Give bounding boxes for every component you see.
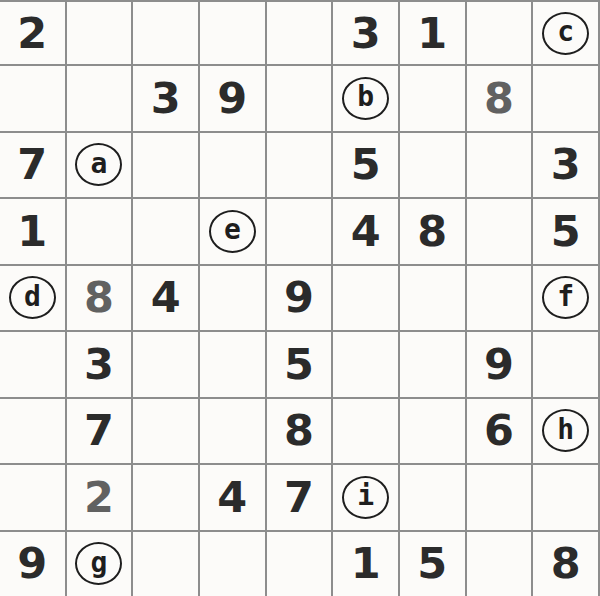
sudoku-cell-r6c2[interactable]: 3 xyxy=(67,332,132,397)
circled-letter-i: i xyxy=(342,476,389,519)
sudoku-cell-r9c1[interactable]: 9 xyxy=(0,532,65,596)
given-digit: 1 xyxy=(417,12,447,55)
sudoku-cell-r4c5[interactable] xyxy=(267,199,332,264)
given-digit: 9 xyxy=(284,276,314,319)
sudoku-cell-r2c2[interactable] xyxy=(67,66,132,131)
given-digit: 4 xyxy=(351,210,381,253)
given-digit: 2 xyxy=(17,12,47,55)
given-digit: 7 xyxy=(284,476,314,519)
sudoku-cell-r2c7[interactable] xyxy=(400,66,465,131)
sudoku-cell-r9c2[interactable]: g xyxy=(67,532,132,596)
sudoku-cell-r7c6[interactable] xyxy=(333,399,398,464)
circled-letter-b: b xyxy=(342,77,389,120)
sudoku-cell-r9c4[interactable] xyxy=(200,532,265,596)
given-digit: 5 xyxy=(351,143,381,186)
sudoku-cell-r4c1[interactable]: 1 xyxy=(0,199,65,264)
circled-letter-h: h xyxy=(542,409,589,452)
given-digit: 7 xyxy=(17,143,47,186)
circled-letter-e: e xyxy=(209,210,256,253)
sudoku-cell-r1c4[interactable] xyxy=(200,2,265,64)
given-digit: 8 xyxy=(551,542,581,585)
penciled-digit: 8 xyxy=(484,77,514,120)
sudoku-cell-r3c7[interactable] xyxy=(400,133,465,198)
given-digit: 3 xyxy=(351,12,381,55)
penciled-digit: 8 xyxy=(84,276,114,319)
sudoku-cell-r5c1[interactable]: d xyxy=(0,266,65,331)
sudoku-cell-r4c3[interactable] xyxy=(133,199,198,264)
sudoku-cell-r9c8[interactable] xyxy=(467,532,532,596)
sudoku-cell-r7c1[interactable] xyxy=(0,399,65,464)
circled-letter-a: a xyxy=(75,143,122,186)
sudoku-cell-r4c4[interactable]: e xyxy=(200,199,265,264)
sudoku-cell-r1c3[interactable] xyxy=(133,2,198,64)
given-digit: 5 xyxy=(417,542,447,585)
given-digit: 8 xyxy=(417,210,447,253)
sudoku-cell-r1c1[interactable]: 2 xyxy=(0,2,65,64)
sudoku-cell-r8c8[interactable] xyxy=(467,465,532,530)
sudoku-cell-r9c9[interactable]: 8 xyxy=(533,532,598,596)
given-digit: 1 xyxy=(17,210,47,253)
sudoku-cell-r3c6[interactable]: 5 xyxy=(333,133,398,198)
sudoku-cell-r6c4[interactable] xyxy=(200,332,265,397)
sudoku-cell-r2c9[interactable] xyxy=(533,66,598,131)
given-digit: 5 xyxy=(284,343,314,386)
sudoku-cell-r3c3[interactable] xyxy=(133,133,198,198)
sudoku-cell-r1c5[interactable] xyxy=(267,2,332,64)
sudoku-cell-r1c8[interactable] xyxy=(467,2,532,64)
circled-letter-g: g xyxy=(75,542,122,585)
sudoku-cell-r4c2[interactable] xyxy=(67,199,132,264)
sudoku-cell-r6c7[interactable] xyxy=(400,332,465,397)
sudoku-cell-r6c6[interactable] xyxy=(333,332,398,397)
sudoku-cell-r2c3[interactable]: 3 xyxy=(133,66,198,131)
sudoku-cell-r7c4[interactable] xyxy=(200,399,265,464)
sudoku-cell-r5c2[interactable]: 8 xyxy=(67,266,132,331)
sudoku-cell-r5c5[interactable]: 9 xyxy=(267,266,332,331)
given-digit: 7 xyxy=(84,409,114,452)
sudoku-cell-r3c5[interactable] xyxy=(267,133,332,198)
sudoku-cell-r9c6[interactable]: 1 xyxy=(333,532,398,596)
sudoku-cell-r1c7[interactable]: 1 xyxy=(400,2,465,64)
penciled-digit: 2 xyxy=(84,476,114,519)
sudoku-cell-r7c7[interactable] xyxy=(400,399,465,464)
sudoku-cell-r3c2[interactable]: a xyxy=(67,133,132,198)
sudoku-cell-r6c1[interactable] xyxy=(0,332,65,397)
sudoku-cell-r7c8[interactable]: 6 xyxy=(467,399,532,464)
given-digit: 4 xyxy=(151,276,181,319)
sudoku-cell-r8c6[interactable]: i xyxy=(333,465,398,530)
sudoku-cell-r3c4[interactable] xyxy=(200,133,265,198)
sudoku-cell-r2c1[interactable] xyxy=(0,66,65,131)
given-digit: 9 xyxy=(17,542,47,585)
sudoku-cell-r3c1[interactable]: 7 xyxy=(0,133,65,198)
sudoku-cell-r7c9[interactable]: h xyxy=(533,399,598,464)
sudoku-cell-r2c4[interactable]: 9 xyxy=(200,66,265,131)
sudoku-cell-r4c7[interactable]: 8 xyxy=(400,199,465,264)
sudoku-cell-r3c9[interactable]: 3 xyxy=(533,133,598,198)
sudoku-cell-r4c9[interactable]: 5 xyxy=(533,199,598,264)
sudoku-cell-r2c6[interactable]: b xyxy=(333,66,398,131)
sudoku-cell-r2c5[interactable] xyxy=(267,66,332,131)
sudoku-cell-r7c3[interactable] xyxy=(133,399,198,464)
circled-letter-f: f xyxy=(542,276,589,319)
sudoku-cell-r1c2[interactable] xyxy=(67,2,132,64)
sudoku-cell-r8c4[interactable]: 4 xyxy=(200,465,265,530)
sudoku-cell-r8c3[interactable] xyxy=(133,465,198,530)
sudoku-cell-r2c8[interactable]: 8 xyxy=(467,66,532,131)
sudoku-cell-r1c9[interactable]: c xyxy=(533,2,598,64)
sudoku-cell-r6c9[interactable] xyxy=(533,332,598,397)
sudoku-cell-r4c6[interactable]: 4 xyxy=(333,199,398,264)
sudoku-cell-r8c7[interactable] xyxy=(400,465,465,530)
given-digit: 3 xyxy=(551,143,581,186)
sudoku-cell-r5c7[interactable] xyxy=(400,266,465,331)
sudoku-board: 231c39b87a531e485d849f359786h247i9g158 xyxy=(0,0,600,596)
sudoku-cell-r6c8[interactable]: 9 xyxy=(467,332,532,397)
given-digit: 9 xyxy=(484,343,514,386)
sudoku-cell-r6c3[interactable] xyxy=(133,332,198,397)
given-digit: 3 xyxy=(84,343,114,386)
sudoku-cell-r6c5[interactable]: 5 xyxy=(267,332,332,397)
given-digit: 5 xyxy=(551,210,581,253)
sudoku-cell-r5c6[interactable] xyxy=(333,266,398,331)
sudoku-cell-r9c7[interactable]: 5 xyxy=(400,532,465,596)
sudoku-cell-r3c8[interactable] xyxy=(467,133,532,198)
sudoku-cell-r9c3[interactable] xyxy=(133,532,198,596)
sudoku-cell-r1c6[interactable]: 3 xyxy=(333,2,398,64)
sudoku-cell-r8c9[interactable] xyxy=(533,465,598,530)
sudoku-cell-r5c3[interactable]: 4 xyxy=(133,266,198,331)
circled-letter-c: c xyxy=(542,12,589,55)
sudoku-cell-r7c2[interactable]: 7 xyxy=(67,399,132,464)
given-digit: 3 xyxy=(151,77,181,120)
sudoku-cell-r7c5[interactable]: 8 xyxy=(267,399,332,464)
given-digit: 6 xyxy=(484,409,514,452)
sudoku-cell-r5c8[interactable] xyxy=(467,266,532,331)
given-digit: 4 xyxy=(217,476,247,519)
given-digit: 8 xyxy=(284,409,314,452)
sudoku-cell-r9c5[interactable] xyxy=(267,532,332,596)
sudoku-cell-r8c1[interactable] xyxy=(0,465,65,530)
sudoku-cell-r8c5[interactable]: 7 xyxy=(267,465,332,530)
sudoku-cell-r5c4[interactable] xyxy=(200,266,265,331)
circled-letter-d: d xyxy=(9,276,56,319)
sudoku-cell-r4c8[interactable] xyxy=(467,199,532,264)
sudoku-cell-r5c9[interactable]: f xyxy=(533,266,598,331)
given-digit: 9 xyxy=(217,77,247,120)
sudoku-cell-r8c2[interactable]: 2 xyxy=(67,465,132,530)
given-digit: 1 xyxy=(351,542,381,585)
